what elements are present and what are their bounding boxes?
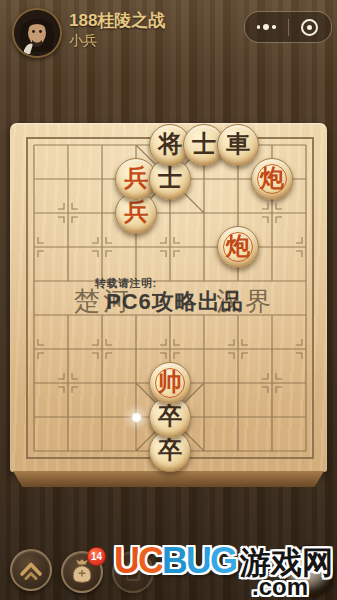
move-indicator-dot [131,412,142,423]
xiangqi-board[interactable]: 楚河 汉界 将士車兵士炮兵炮帅卒卒 [10,123,327,472]
player-avatar[interactable] [12,8,62,58]
piece-glyph: 卒 [158,438,182,462]
piece-ring [223,232,253,262]
piece-glyph: 卒 [158,404,182,428]
piece-ring [257,164,287,194]
ucbug-letter: B [162,540,186,581]
pieces-grid: 将士車兵士炮兵炮帅卒卒 [17,128,323,468]
stone-orb-button[interactable] [283,545,335,597]
miniprogram-capsule [244,11,332,43]
level-title: 188桂陵之战 [69,9,165,32]
piece-black-chariot[interactable]: 車 [217,124,259,166]
piece-red-cannon[interactable]: 炮 [217,226,259,268]
app-screen: 188桂陵之战 小兵 楚河 汉界 将士車兵士炮兵炮帅卒卒 转载请注明: PC6攻… [0,0,337,600]
piece-glyph: 兵 [124,166,148,190]
piece-glyph: 士 [158,166,182,190]
level-subtitle: 小兵 [69,32,97,50]
faint-icon [114,553,152,591]
expand-up-button[interactable] [10,549,52,591]
rewards-badge: 14 [87,547,106,566]
piece-ring [155,368,185,398]
piece-glyph: 将 [158,132,182,156]
board-side-edge [13,471,324,487]
piece-red-cannon[interactable]: 炮 [251,158,293,200]
more-button[interactable] [245,12,288,42]
ucbug-letter: G [210,540,236,581]
circle-dot-icon [301,19,318,36]
avatar-portrait-icon [14,10,60,56]
ellipsis-icon [257,24,276,30]
piece-red-general[interactable]: 帅 [149,362,191,404]
piece-glyph: 士 [192,132,216,156]
piece-glyph: 車 [226,132,250,156]
hidden-button[interactable] [112,551,154,593]
chevron-up-icon [12,551,50,589]
close-button[interactable] [289,12,332,42]
ucbug-letter: U [186,540,210,581]
piece-glyph: 兵 [124,200,148,224]
